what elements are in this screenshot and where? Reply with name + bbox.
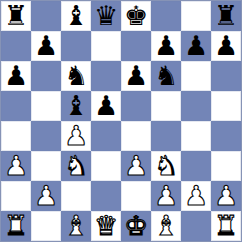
square-h2[interactable]: ♟ — [211, 181, 241, 211]
piece-black-pawn[interactable]: ♟ — [184, 32, 208, 61]
square-h5[interactable] — [211, 91, 241, 121]
square-e1[interactable]: ♚ — [121, 211, 151, 241]
square-d1[interactable]: ♛ — [91, 211, 121, 241]
square-c8[interactable]: ♝ — [61, 1, 91, 31]
square-d7[interactable] — [91, 31, 121, 61]
square-b1[interactable] — [31, 211, 61, 241]
square-d8[interactable]: ♛ — [91, 1, 121, 31]
square-d4[interactable] — [91, 121, 121, 151]
piece-black-pawn[interactable]: ♟ — [94, 92, 118, 121]
piece-white-bishop[interactable]: ♝ — [64, 212, 88, 241]
square-a7[interactable] — [1, 31, 31, 61]
square-g5[interactable] — [181, 91, 211, 121]
square-g3[interactable] — [181, 151, 211, 181]
square-a8[interactable]: ♜ — [1, 1, 31, 31]
square-e3[interactable]: ♟ — [121, 151, 151, 181]
square-c5[interactable]: ♝ — [61, 91, 91, 121]
piece-white-queen[interactable]: ♛ — [94, 212, 118, 241]
square-f2[interactable]: ♟ — [151, 181, 181, 211]
square-b6[interactable] — [31, 61, 61, 91]
square-e4[interactable] — [121, 121, 151, 151]
piece-white-king[interactable]: ♚ — [124, 212, 148, 241]
piece-white-rook[interactable]: ♜ — [4, 212, 28, 241]
square-f1[interactable]: ♝ — [151, 211, 181, 241]
square-e7[interactable] — [121, 31, 151, 61]
square-b5[interactable] — [31, 91, 61, 121]
piece-white-pawn[interactable]: ♟ — [124, 152, 148, 181]
piece-black-pawn[interactable]: ♟ — [34, 32, 58, 61]
square-d5[interactable]: ♟ — [91, 91, 121, 121]
square-h6[interactable] — [211, 61, 241, 91]
square-b7[interactable]: ♟ — [31, 31, 61, 61]
piece-white-pawn[interactable]: ♟ — [34, 182, 58, 211]
square-g7[interactable]: ♟ — [181, 31, 211, 61]
square-b8[interactable] — [31, 1, 61, 31]
piece-black-knight[interactable]: ♞ — [154, 62, 178, 91]
square-d2[interactable] — [91, 181, 121, 211]
square-f6[interactable]: ♞ — [151, 61, 181, 91]
square-a1[interactable]: ♜ — [1, 211, 31, 241]
square-h1[interactable]: ♜ — [211, 211, 241, 241]
square-g6[interactable] — [181, 61, 211, 91]
square-e8[interactable]: ♚ — [121, 1, 151, 31]
square-f8[interactable] — [151, 1, 181, 31]
square-a6[interactable]: ♟ — [1, 61, 31, 91]
piece-white-pawn[interactable]: ♟ — [184, 182, 208, 211]
piece-black-rook[interactable]: ♜ — [214, 2, 238, 31]
square-e2[interactable] — [121, 181, 151, 211]
square-c1[interactable]: ♝ — [61, 211, 91, 241]
square-g4[interactable] — [181, 121, 211, 151]
piece-white-pawn[interactable]: ♟ — [4, 152, 28, 181]
piece-white-pawn[interactable]: ♟ — [214, 182, 238, 211]
piece-black-pawn[interactable]: ♟ — [4, 62, 28, 91]
square-a2[interactable] — [1, 181, 31, 211]
square-e5[interactable] — [121, 91, 151, 121]
square-f3[interactable]: ♞ — [151, 151, 181, 181]
square-g8[interactable] — [181, 1, 211, 31]
square-f4[interactable] — [151, 121, 181, 151]
piece-white-rook[interactable]: ♜ — [214, 212, 238, 241]
square-c3[interactable]: ♞ — [61, 151, 91, 181]
piece-white-pawn[interactable]: ♟ — [64, 122, 88, 151]
square-f5[interactable] — [151, 91, 181, 121]
piece-black-queen[interactable]: ♛ — [94, 2, 118, 31]
piece-black-pawn[interactable]: ♟ — [214, 32, 238, 61]
square-b3[interactable] — [31, 151, 61, 181]
piece-black-pawn[interactable]: ♟ — [124, 62, 148, 91]
square-a3[interactable]: ♟ — [1, 151, 31, 181]
square-e6[interactable]: ♟ — [121, 61, 151, 91]
square-b4[interactable] — [31, 121, 61, 151]
square-h3[interactable] — [211, 151, 241, 181]
piece-white-pawn[interactable]: ♟ — [154, 182, 178, 211]
piece-white-knight[interactable]: ♞ — [154, 152, 178, 181]
square-h4[interactable] — [211, 121, 241, 151]
square-a4[interactable] — [1, 121, 31, 151]
square-g1[interactable] — [181, 211, 211, 241]
square-h8[interactable]: ♜ — [211, 1, 241, 31]
square-c4[interactable]: ♟ — [61, 121, 91, 151]
square-c7[interactable] — [61, 31, 91, 61]
piece-black-knight[interactable]: ♞ — [64, 62, 88, 91]
square-g2[interactable]: ♟ — [181, 181, 211, 211]
square-c6[interactable]: ♞ — [61, 61, 91, 91]
square-f7[interactable]: ♟ — [151, 31, 181, 61]
square-a5[interactable] — [1, 91, 31, 121]
piece-black-bishop[interactable]: ♝ — [64, 92, 88, 121]
square-c2[interactable] — [61, 181, 91, 211]
square-d6[interactable] — [91, 61, 121, 91]
chess-board: ♜♝♛♚♜♟♟♟♟♟♞♟♞♝♟♟♟♞♟♞♟♟♟♟♜♝♛♚♝♜ — [0, 0, 242, 242]
square-b2[interactable]: ♟ — [31, 181, 61, 211]
piece-white-bishop[interactable]: ♝ — [154, 212, 178, 241]
piece-black-king[interactable]: ♚ — [124, 2, 148, 31]
square-h7[interactable]: ♟ — [211, 31, 241, 61]
piece-black-pawn[interactable]: ♟ — [154, 32, 178, 61]
piece-white-knight[interactable]: ♞ — [64, 152, 88, 181]
square-d3[interactable] — [91, 151, 121, 181]
piece-black-rook[interactable]: ♜ — [4, 2, 28, 31]
piece-black-bishop[interactable]: ♝ — [64, 2, 88, 31]
